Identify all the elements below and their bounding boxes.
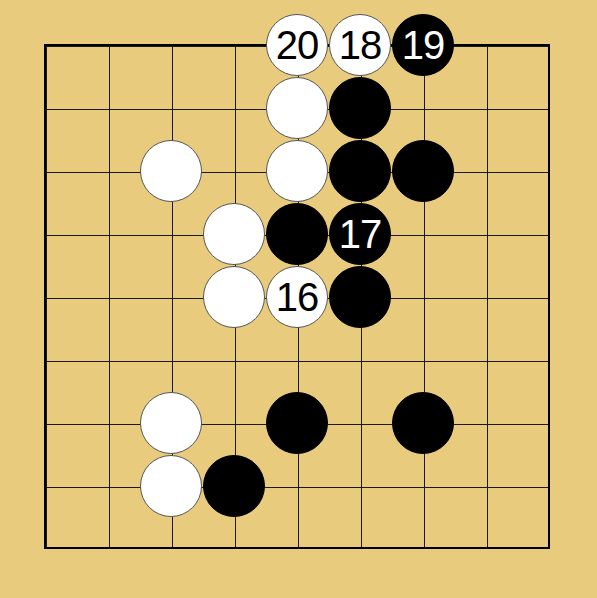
stone-white [203, 203, 265, 265]
stone-black [266, 203, 328, 265]
stone-white [266, 77, 328, 139]
stone-white-move-20: 20 [266, 14, 328, 76]
stone-black [329, 266, 391, 328]
stone-white-move-18: 18 [329, 14, 391, 76]
stone-black [392, 140, 454, 202]
stone-white [203, 266, 265, 328]
stone-black-move-17: 17 [329, 203, 391, 265]
stone-black [266, 392, 328, 454]
go-board[interactable]: 2018191716 [0, 0, 597, 598]
stone-white-move-16: 16 [266, 266, 328, 328]
stone-black [329, 77, 391, 139]
move-number-label: 18 [339, 25, 382, 65]
move-number-label: 20 [276, 25, 319, 65]
move-number-label: 19 [402, 25, 445, 65]
stone-white [140, 140, 202, 202]
stone-white [140, 392, 202, 454]
stone-black [203, 455, 265, 517]
move-number-label: 16 [276, 277, 319, 317]
stone-black [329, 140, 391, 202]
move-number-label: 17 [339, 214, 382, 254]
stone-black [392, 392, 454, 454]
stone-white [140, 455, 202, 517]
stones-layer: 2018191716 [14, 14, 581, 581]
stone-black-move-19: 19 [392, 14, 454, 76]
stone-white [266, 140, 328, 202]
